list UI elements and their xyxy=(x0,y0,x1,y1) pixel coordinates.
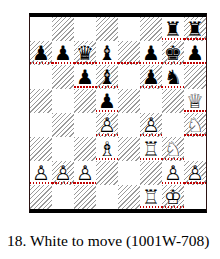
square-h1[interactable] xyxy=(184,185,206,209)
black-knight[interactable]: ♞ xyxy=(162,65,184,89)
white-knight[interactable]: ♘ xyxy=(184,113,206,137)
square-e1[interactable] xyxy=(118,185,140,209)
square-g8[interactable]: ♜♜ xyxy=(162,17,184,41)
square-f4[interactable]: ♟♙ xyxy=(140,113,162,137)
square-a1[interactable] xyxy=(30,185,52,209)
square-a7[interactable]: ♟♟ xyxy=(30,41,52,65)
white-pawn[interactable]: ♙ xyxy=(30,161,52,185)
square-g2[interactable]: ♟♙ xyxy=(162,161,184,185)
square-d4[interactable]: ♟♙ xyxy=(96,113,118,137)
square-c4[interactable] xyxy=(74,113,96,137)
square-b8[interactable] xyxy=(52,17,74,41)
square-e4[interactable] xyxy=(118,113,140,137)
square-g7[interactable]: ♚♚ xyxy=(162,41,184,65)
square-b6[interactable] xyxy=(52,65,74,89)
square-h7[interactable]: ♟♟ xyxy=(184,41,206,65)
square-g6[interactable]: ♞♞ xyxy=(162,65,184,89)
black-rook[interactable]: ♜ xyxy=(162,17,184,41)
white-pawn[interactable]: ♙ xyxy=(52,161,74,185)
square-e7[interactable] xyxy=(118,41,140,65)
square-d2[interactable] xyxy=(96,161,118,185)
square-e8[interactable] xyxy=(118,17,140,41)
white-king[interactable]: ♔ xyxy=(162,185,184,209)
square-a8[interactable] xyxy=(30,17,52,41)
square-g3[interactable]: ♞♘ xyxy=(162,137,184,161)
square-a5[interactable] xyxy=(30,89,52,113)
square-c3[interactable] xyxy=(74,137,96,161)
white-queen[interactable]: ♕ xyxy=(184,89,206,113)
black-pawn[interactable]: ♟ xyxy=(140,41,162,65)
square-f8[interactable] xyxy=(140,17,162,41)
square-f2[interactable] xyxy=(140,161,162,185)
square-c8[interactable] xyxy=(74,17,96,41)
square-c2[interactable]: ♟♙ xyxy=(74,161,96,185)
black-king[interactable]: ♚ xyxy=(162,41,184,65)
board-grid: ♜♜♜♜♟♟♟♟♛♛♝♝♟♟♚♚♟♟♟♟♝♝♟♟♞♞♟♟♛♕♟♙♟♙♞♘♝♗♜♖… xyxy=(30,17,206,209)
square-e3[interactable] xyxy=(118,137,140,161)
square-a6[interactable] xyxy=(30,65,52,89)
square-c5[interactable] xyxy=(74,89,96,113)
square-b1[interactable] xyxy=(52,185,74,209)
square-b3[interactable] xyxy=(52,137,74,161)
white-pawn[interactable]: ♙ xyxy=(74,161,96,185)
square-h6[interactable] xyxy=(184,65,206,89)
square-h5[interactable]: ♛♕ xyxy=(184,89,206,113)
white-knight[interactable]: ♘ xyxy=(162,137,184,161)
square-d6[interactable]: ♝♝ xyxy=(96,65,118,89)
black-bishop[interactable]: ♝ xyxy=(96,41,118,65)
square-b5[interactable] xyxy=(52,89,74,113)
square-d8[interactable] xyxy=(96,17,118,41)
black-bishop[interactable]: ♝ xyxy=(96,65,118,89)
square-e5[interactable] xyxy=(118,89,140,113)
square-h2[interactable]: ♟♙ xyxy=(184,161,206,185)
white-pawn[interactable]: ♙ xyxy=(162,161,184,185)
square-h8[interactable]: ♜♜ xyxy=(184,17,206,41)
square-b7[interactable]: ♟♟ xyxy=(52,41,74,65)
square-g4[interactable] xyxy=(162,113,184,137)
square-a3[interactable] xyxy=(30,137,52,161)
square-f1[interactable]: ♜♖ xyxy=(140,185,162,209)
square-d5[interactable]: ♟♟ xyxy=(96,89,118,113)
black-pawn[interactable]: ♟ xyxy=(74,65,96,89)
square-c6[interactable]: ♟♟ xyxy=(74,65,96,89)
red-squiggle-underline xyxy=(118,62,140,64)
square-a2[interactable]: ♟♙ xyxy=(30,161,52,185)
square-c7[interactable]: ♛♛ xyxy=(74,41,96,65)
diagram-caption: 18. White to move (1001W-708) xyxy=(7,232,217,250)
black-pawn[interactable]: ♟ xyxy=(140,65,162,89)
square-b2[interactable]: ♟♙ xyxy=(52,161,74,185)
square-g5[interactable] xyxy=(162,89,184,113)
white-pawn[interactable]: ♙ xyxy=(96,113,118,137)
white-bishop[interactable]: ♗ xyxy=(96,137,118,161)
square-d7[interactable]: ♝♝ xyxy=(96,41,118,65)
black-pawn[interactable]: ♟ xyxy=(96,89,118,113)
square-c1[interactable] xyxy=(74,185,96,209)
black-queen[interactable]: ♛ xyxy=(74,41,96,65)
square-d3[interactable]: ♝♗ xyxy=(96,137,118,161)
square-h4[interactable]: ♞♘ xyxy=(184,113,206,137)
chess-board: ♜♜♜♜♟♟♟♟♛♛♝♝♟♟♚♚♟♟♟♟♝♝♟♟♞♞♟♟♛♕♟♙♟♙♞♘♝♗♜♖… xyxy=(29,13,207,213)
square-f7[interactable]: ♟♟ xyxy=(140,41,162,65)
square-e6[interactable] xyxy=(118,65,140,89)
white-rook[interactable]: ♖ xyxy=(140,137,162,161)
square-a4[interactable] xyxy=(30,113,52,137)
square-f5[interactable] xyxy=(140,89,162,113)
black-rook[interactable]: ♜ xyxy=(184,17,206,41)
square-g1[interactable]: ♚♔ xyxy=(162,185,184,209)
square-b4[interactable] xyxy=(52,113,74,137)
black-pawn[interactable]: ♟ xyxy=(52,41,74,65)
square-h3[interactable] xyxy=(184,137,206,161)
white-pawn[interactable]: ♙ xyxy=(184,161,206,185)
black-pawn[interactable]: ♟ xyxy=(184,41,206,65)
black-pawn[interactable]: ♟ xyxy=(30,41,52,65)
square-e2[interactable] xyxy=(118,161,140,185)
square-d1[interactable] xyxy=(96,185,118,209)
square-f3[interactable]: ♜♖ xyxy=(140,137,162,161)
white-pawn[interactable]: ♙ xyxy=(140,113,162,137)
white-rook[interactable]: ♖ xyxy=(140,185,162,209)
square-f6[interactable]: ♟♟ xyxy=(140,65,162,89)
